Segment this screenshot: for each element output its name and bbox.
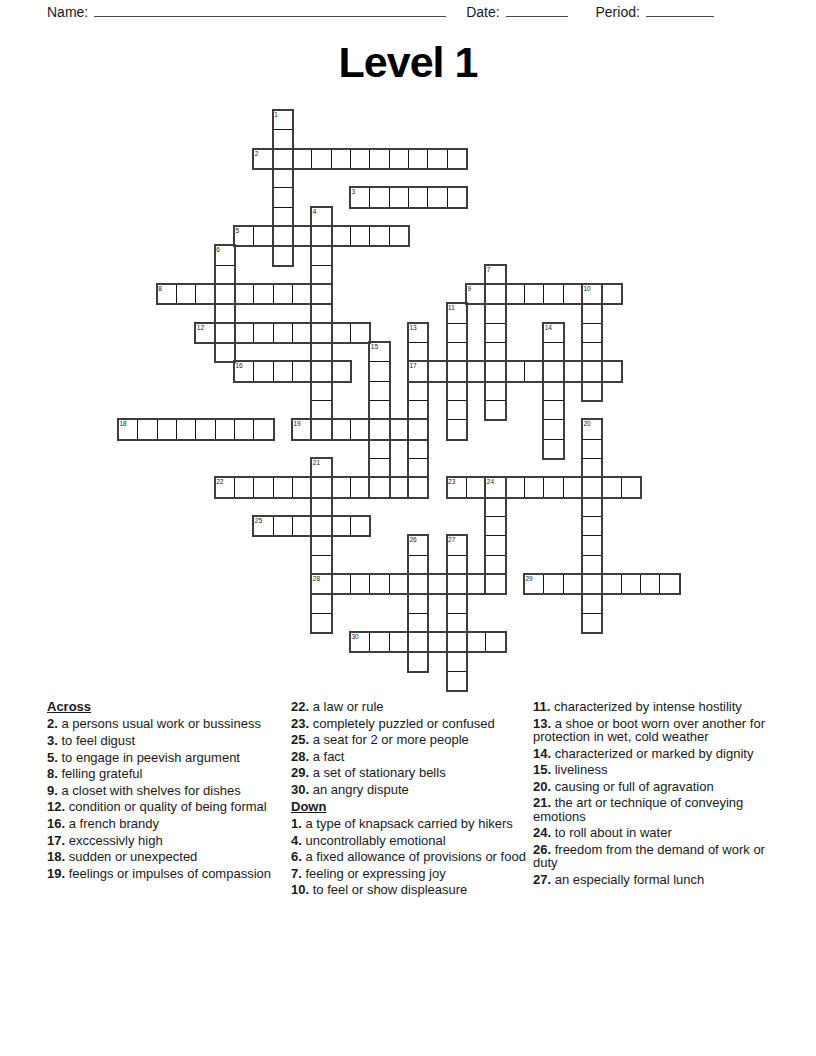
clue-item-13: 13. a shoe or boot worn over another for… — [533, 717, 776, 744]
grid-cell-r2c15[interactable] — [408, 149, 428, 169]
grid-cell-r19c14[interactable] — [389, 477, 409, 497]
clue-item-5: 5. to engage in peevish argument — [47, 751, 290, 764]
grid-cell-r15c13[interactable] — [369, 400, 389, 420]
grid-cell-r15c10[interactable] — [311, 400, 331, 420]
grid-cell-r8c10[interactable] — [311, 265, 331, 285]
grid-cell-r27c13[interactable] — [369, 632, 389, 652]
grid-cell-r21c10[interactable] — [311, 516, 331, 536]
grid-cell-r19c12[interactable] — [350, 477, 370, 497]
clue-item-19: 19. feelings or impulses of compassion — [47, 867, 290, 880]
date-label: Date: — [466, 4, 499, 20]
grid-cell-r13c22[interactable] — [543, 361, 563, 381]
grid-cell-r9c22[interactable] — [543, 284, 563, 304]
grid-cell-r11c9[interactable] — [292, 323, 312, 343]
grid-cell-r18c24[interactable] — [582, 458, 602, 478]
grid-cell-r13c15[interactable] — [408, 361, 428, 381]
grid-cell-r6c12[interactable] — [350, 226, 370, 246]
grid-cell-r22c10[interactable] — [311, 535, 331, 555]
clue-item-12: 12. condition or quality of being formal — [47, 800, 290, 813]
grid-cell-r9c9[interactable] — [292, 284, 312, 304]
grid-cell-r19c6[interactable] — [234, 477, 254, 497]
clue-item-2: 2. a persons usual work or bussiness — [47, 717, 290, 730]
grid-cell-r10c17[interactable] — [447, 303, 467, 323]
grid-cell-r23c10[interactable] — [311, 555, 331, 575]
grid-cell-r23c19[interactable] — [485, 555, 505, 575]
grid-cell-r11c8[interactable] — [273, 323, 293, 343]
crossword-worksheet-page: { "header": { "name_label": "Name:", "da… — [0, 0, 816, 1056]
clue-item-20: 20. causing or full of agravation — [533, 780, 776, 793]
clue-item-23: 23. completely puzzled or confused — [291, 717, 534, 730]
grid-cell-r28c17[interactable] — [447, 651, 467, 671]
puzzle-title: Level 1 — [0, 38, 816, 87]
grid-cell-r23c17[interactable] — [447, 555, 467, 575]
grid-cell-r6c14[interactable] — [389, 226, 409, 246]
grid-cell-r9c19[interactable] — [485, 284, 505, 304]
grid-cell-r9c7[interactable] — [253, 284, 273, 304]
grid-cell-r16c10[interactable] — [311, 419, 331, 439]
grid-cell-r6c10[interactable] — [311, 226, 331, 246]
period-label: Period: — [595, 4, 639, 20]
period-blank[interactable] — [646, 2, 714, 17]
grid-cell-r1c8[interactable] — [273, 129, 293, 149]
grid-cell-r24c17[interactable] — [447, 574, 467, 594]
grid-cell-r13c16[interactable] — [427, 361, 447, 381]
grid-cell-r16c1[interactable] — [137, 419, 157, 439]
grid-cell-r27c15[interactable] — [408, 632, 428, 652]
grid-cell-r8c19[interactable] — [485, 265, 505, 285]
grid-cell-r24c27[interactable] — [640, 574, 660, 594]
grid-cell-r17c24[interactable] — [582, 439, 602, 459]
grid-cell-r9c2[interactable] — [157, 284, 177, 304]
grid-cell-r19c15[interactable] — [408, 477, 428, 497]
grid-cell-r19c10[interactable] — [311, 477, 331, 497]
grid-cell-r22c15[interactable] — [408, 535, 428, 555]
grid-cell-r11c10[interactable] — [311, 323, 331, 343]
grid-cell-r26c17[interactable] — [447, 613, 467, 633]
grid-cell-r7c8[interactable] — [273, 245, 293, 265]
grid-cell-r15c17[interactable] — [447, 400, 467, 420]
grid-cell-r11c15[interactable] — [408, 323, 428, 343]
grid-cell-r11c5[interactable] — [215, 323, 235, 343]
grid-cell-r24c14[interactable] — [389, 574, 409, 594]
clue-item-15: 15. liveliness — [533, 763, 776, 776]
grid-cell-r24c15[interactable] — [408, 574, 428, 594]
grid-cell-r11c17[interactable] — [447, 323, 467, 343]
grid-cell-r6c7[interactable] — [253, 226, 273, 246]
grid-cell-r19c23[interactable] — [563, 477, 583, 497]
grid-cell-r21c9[interactable] — [292, 516, 312, 536]
grid-cell-r4c15[interactable] — [408, 187, 428, 207]
grid-cell-r19c8[interactable] — [273, 477, 293, 497]
grid-cell-r24c19[interactable] — [485, 574, 505, 594]
grid-cell-r21c8[interactable] — [273, 516, 293, 536]
clue-column-1: Across2. a persons usual work or bussine… — [47, 700, 290, 883]
grid-cell-r13c25[interactable] — [601, 361, 621, 381]
grid-cell-r18c15[interactable] — [408, 458, 428, 478]
grid-cell-r11c4[interactable] — [195, 323, 215, 343]
grid-cell-r19c11[interactable] — [331, 477, 351, 497]
grid-cell-r16c6[interactable] — [234, 419, 254, 439]
grid-cell-r6c13[interactable] — [369, 226, 389, 246]
clue-item-30: 30. an angry dispute — [291, 783, 534, 796]
grid-cell-r24c18[interactable] — [466, 574, 486, 594]
grid-cell-r18c10[interactable] — [311, 458, 331, 478]
grid-cell-r11c11[interactable] — [331, 323, 351, 343]
grid-cell-r17c13[interactable] — [369, 439, 389, 459]
grid-cell-r14c19[interactable] — [485, 381, 505, 401]
grid-cell-r22c19[interactable] — [485, 535, 505, 555]
grid-cell-r20c24[interactable] — [582, 497, 602, 517]
grid-cell-r19c21[interactable] — [524, 477, 544, 497]
grid-cell-r26c15[interactable] — [408, 613, 428, 633]
grid-cell-r9c3[interactable] — [176, 284, 196, 304]
grid-cell-r2c14[interactable] — [389, 149, 409, 169]
clue-item-7: 7. feeling or expressing joy — [291, 867, 534, 880]
down-header: Down — [291, 800, 534, 813]
grid-cell-r24c13[interactable] — [369, 574, 389, 594]
grid-cell-r19c20[interactable] — [505, 477, 525, 497]
grid-cell-r2c12[interactable] — [350, 149, 370, 169]
grid-cell-r19c17[interactable] — [447, 477, 467, 497]
grid-cell-r16c0[interactable] — [118, 419, 138, 439]
grid-cell-r25c10[interactable] — [311, 593, 331, 613]
grid-cell-r6c8[interactable] — [273, 226, 293, 246]
grid-cell-r13c19[interactable] — [485, 361, 505, 381]
clue-item-6: 6. a fixed allowance of provisions or fo… — [291, 850, 534, 863]
grid-cell-r9c21[interactable] — [524, 284, 544, 304]
grid-cell-r3c8[interactable] — [273, 168, 293, 188]
clue-item-29: 29. a set of stationary bells — [291, 766, 534, 779]
grid-cell-r7c10[interactable] — [311, 245, 331, 265]
grid-cell-r16c7[interactable] — [253, 419, 273, 439]
grid-cell-r16c22[interactable] — [543, 419, 563, 439]
date-blank[interactable] — [506, 2, 568, 17]
grid-cell-r18c13[interactable] — [369, 458, 389, 478]
grid-cell-r19c22[interactable] — [543, 477, 563, 497]
grid-cell-r24c16[interactable] — [427, 574, 447, 594]
grid-cell-r16c14[interactable] — [389, 419, 409, 439]
grid-cell-r15c22[interactable] — [543, 400, 563, 420]
grid-cell-r8c5[interactable] — [215, 265, 235, 285]
grid-cell-r9c4[interactable] — [195, 284, 215, 304]
grid-cell-r21c7[interactable] — [253, 516, 273, 536]
worksheet-header: Name: Date: Period: — [47, 2, 769, 20]
clue-item-16: 16. a french brandy — [47, 817, 290, 830]
grid-cell-r2c8[interactable] — [273, 149, 293, 169]
grid-cell-r16c5[interactable] — [215, 419, 235, 439]
grid-cell-r13c6[interactable] — [234, 361, 254, 381]
grid-cell-r9c23[interactable] — [563, 284, 583, 304]
grid-cell-r14c13[interactable] — [369, 381, 389, 401]
grid-cell-r25c17[interactable] — [447, 593, 467, 613]
grid-cell-r19c26[interactable] — [621, 477, 641, 497]
grid-cell-r25c15[interactable] — [408, 593, 428, 613]
grid-cell-r11c7[interactable] — [253, 323, 273, 343]
clue-item-10: 10. to feel or show displeasure — [291, 883, 534, 896]
grid-cell-r15c15[interactable] — [408, 400, 428, 420]
grid-cell-r4c16[interactable] — [427, 187, 447, 207]
grid-cell-r19c25[interactable] — [601, 477, 621, 497]
grid-cell-r27c16[interactable] — [427, 632, 447, 652]
grid-cell-r2c16[interactable] — [427, 149, 447, 169]
grid-cell-r6c6[interactable] — [234, 226, 254, 246]
grid-cell-r14c10[interactable] — [311, 381, 331, 401]
grid-cell-r6c11[interactable] — [331, 226, 351, 246]
grid-cell-r13c23[interactable] — [563, 361, 583, 381]
grid-cell-r19c5[interactable] — [215, 477, 235, 497]
grid-cell-r12c22[interactable] — [543, 342, 563, 362]
grid-cell-r4c8[interactable] — [273, 187, 293, 207]
grid-cell-r13c8[interactable] — [273, 361, 293, 381]
grid-cell-r25c24[interactable] — [582, 593, 602, 613]
grid-cell-r24c11[interactable] — [331, 574, 351, 594]
name-label: Name: — [47, 4, 88, 20]
grid-cell-r14c24[interactable] — [582, 381, 602, 401]
grid-cell-r13c10[interactable] — [311, 361, 331, 381]
grid-cell-r19c9[interactable] — [292, 477, 312, 497]
clue-item-22: 22. a law or rule — [291, 700, 534, 713]
grid-cell-r13c9[interactable] — [292, 361, 312, 381]
clue-item-21: 21. the art or technique of conveying em… — [533, 796, 776, 823]
grid-cell-r19c7[interactable] — [253, 477, 273, 497]
grid-cell-r13c7[interactable] — [253, 361, 273, 381]
grid-cell-r21c12[interactable] — [350, 516, 370, 536]
grid-cell-r21c11[interactable] — [331, 516, 351, 536]
clue-item-4: 4. uncontrollably emotional — [291, 834, 534, 847]
crossword-grid: 2358912161718192223252829301467101113141… — [118, 110, 680, 691]
grid-cell-r5c10[interactable] — [311, 207, 331, 227]
grid-cell-r7c5[interactable] — [215, 245, 235, 265]
grid-cell-r9c25[interactable] — [601, 284, 621, 304]
clue-item-11: 11. characterized by intense hostility — [533, 700, 776, 713]
clue-item-28: 28. a fact — [291, 750, 534, 763]
grid-cell-r24c21[interactable] — [524, 574, 544, 594]
grid-cell-r15c19[interactable] — [485, 400, 505, 420]
grid-cell-r23c24[interactable] — [582, 555, 602, 575]
grid-cell-r11c24[interactable] — [582, 323, 602, 343]
grid-cell-r21c19[interactable] — [485, 516, 505, 536]
grid-cell-r9c10[interactable] — [311, 284, 331, 304]
grid-cell-r27c12[interactable] — [350, 632, 370, 652]
grid-cell-r11c12[interactable] — [350, 323, 370, 343]
grid-cell-r17c15[interactable] — [408, 439, 428, 459]
grid-cell-r21c24[interactable] — [582, 516, 602, 536]
grid-cell-r24c28[interactable] — [659, 574, 679, 594]
grid-cell-r20c10[interactable] — [311, 497, 331, 517]
grid-cell-r16c4[interactable] — [195, 419, 215, 439]
clue-column-3: 11. characterized by intense hostility13… — [533, 700, 776, 890]
grid-cell-r29c17[interactable] — [447, 671, 467, 691]
clue-item-3: 3. to feel digust — [47, 734, 290, 747]
grid-cell-r6c9[interactable] — [292, 226, 312, 246]
grid-cell-r2c10[interactable] — [311, 149, 331, 169]
clue-column-2: 22. a law or rule23. completely puzzled … — [291, 700, 534, 900]
grid-cell-r26c24[interactable] — [582, 613, 602, 633]
grid-cell-r13c17[interactable] — [447, 361, 467, 381]
grid-cell-r24c25[interactable] — [601, 574, 621, 594]
grid-cell-r13c24[interactable] — [582, 361, 602, 381]
grid-cell-r12c15[interactable] — [408, 342, 428, 362]
clue-item-17: 17. exccessivly high — [47, 834, 290, 847]
grid-cell-r27c17[interactable] — [447, 632, 467, 652]
grid-cell-r14c22[interactable] — [543, 381, 563, 401]
grid-cell-r12c19[interactable] — [485, 342, 505, 362]
grid-cell-r12c17[interactable] — [447, 342, 467, 362]
clue-item-25: 25. a seat for 2 or more people — [291, 733, 534, 746]
grid-cell-r24c12[interactable] — [350, 574, 370, 594]
grid-cell-r28c15[interactable] — [408, 651, 428, 671]
grid-cell-r19c19[interactable] — [485, 477, 505, 497]
grid-cell-r9c20[interactable] — [505, 284, 525, 304]
grid-cell-r24c24[interactable] — [582, 574, 602, 594]
grid-cell-r16c9[interactable] — [292, 419, 312, 439]
grid-cell-r24c10[interactable] — [311, 574, 331, 594]
grid-cell-r12c13[interactable] — [369, 342, 389, 362]
grid-cell-r19c18[interactable] — [466, 477, 486, 497]
grid-cell-r9c24[interactable] — [582, 284, 602, 304]
grid-cell-r17c22[interactable] — [543, 439, 563, 459]
clue-item-27: 27. an especially formal lunch — [533, 873, 776, 886]
clue-item-24: 24. to roll about in water — [533, 826, 776, 839]
grid-cell-r16c13[interactable] — [369, 419, 389, 439]
grid-cell-r13c20[interactable] — [505, 361, 525, 381]
grid-cell-r13c21[interactable] — [524, 361, 544, 381]
grid-cell-r27c19[interactable] — [485, 632, 505, 652]
grid-cell-r4c14[interactable] — [389, 187, 409, 207]
grid-cell-r14c15[interactable] — [408, 381, 428, 401]
grid-cell-r4c17[interactable] — [447, 187, 467, 207]
grid-cell-r27c14[interactable] — [389, 632, 409, 652]
across-header: Across — [47, 700, 290, 713]
grid-cell-r14c17[interactable] — [447, 381, 467, 401]
grid-cell-r13c13[interactable] — [369, 361, 389, 381]
grid-cell-r11c22[interactable] — [543, 323, 563, 343]
clue-item-14: 14. characterized or marked by dignity — [533, 747, 776, 760]
grid-cell-r22c17[interactable] — [447, 535, 467, 555]
grid-cell-r12c24[interactable] — [582, 342, 602, 362]
clue-item-9: 9. a closet with shelves for dishes — [47, 784, 290, 797]
clue-item-8: 8. felling grateful — [47, 767, 290, 780]
grid-cell-r4c12[interactable] — [350, 187, 370, 207]
grid-cell-r12c10[interactable] — [311, 342, 331, 362]
grid-cell-r11c6[interactable] — [234, 323, 254, 343]
grid-cell-r16c15[interactable] — [408, 419, 428, 439]
grid-cell-r10c24[interactable] — [582, 303, 602, 323]
grid-cell-r2c7[interactable] — [253, 149, 273, 169]
grid-cell-r19c13[interactable] — [369, 477, 389, 497]
grid-cell-r4c13[interactable] — [369, 187, 389, 207]
grid-cell-r2c17[interactable] — [447, 149, 467, 169]
grid-cell-r23c15[interactable] — [408, 555, 428, 575]
grid-cell-r16c24[interactable] — [582, 419, 602, 439]
grid-cell-r16c17[interactable] — [447, 419, 467, 439]
grid-cell-r2c9[interactable] — [292, 149, 312, 169]
grid-cell-r9c18[interactable] — [466, 284, 486, 304]
grid-cell-r5c8[interactable] — [273, 207, 293, 227]
grid-cell-r2c11[interactable] — [331, 149, 351, 169]
grid-cell-r11c19[interactable] — [485, 323, 505, 343]
clue-item-18: 18. sudden or unexpected — [47, 850, 290, 863]
grid-cell-r16c12[interactable] — [350, 419, 370, 439]
grid-cell-r10c5[interactable] — [215, 303, 235, 323]
grid-cell-r16c3[interactable] — [176, 419, 196, 439]
grid-cell-r9c8[interactable] — [273, 284, 293, 304]
name-blank[interactable] — [94, 2, 446, 17]
grid-cell-r16c2[interactable] — [157, 419, 177, 439]
clue-item-26: 26. freedom from the demand of work or d… — [533, 843, 776, 870]
grid-cell-r12c5[interactable] — [215, 342, 235, 362]
clue-item-1: 1. a type of knapsack carried by hikers — [291, 817, 534, 830]
grid-cell-r16c11[interactable] — [331, 419, 351, 439]
grid-cell-r26c10[interactable] — [311, 613, 331, 633]
grid-cell-r10c10[interactable] — [311, 303, 331, 323]
grid-cell-r2c13[interactable] — [369, 149, 389, 169]
grid-cell-r13c11[interactable] — [331, 361, 351, 381]
grid-cell-r9c5[interactable] — [215, 284, 235, 304]
grid-cell-r0c8[interactable] — [273, 110, 293, 130]
grid-cell-r24c22[interactable] — [543, 574, 563, 594]
grid-cell-r10c19[interactable] — [485, 303, 505, 323]
grid-cell-r24c23[interactable] — [563, 574, 583, 594]
grid-cell-r9c6[interactable] — [234, 284, 254, 304]
grid-cell-r24c26[interactable] — [621, 574, 641, 594]
grid-cell-r19c24[interactable] — [582, 477, 602, 497]
grid-cell-r13c18[interactable] — [466, 361, 486, 381]
grid-cell-r22c24[interactable] — [582, 535, 602, 555]
grid-cell-r27c18[interactable] — [466, 632, 486, 652]
grid-cell-r20c19[interactable] — [485, 497, 505, 517]
